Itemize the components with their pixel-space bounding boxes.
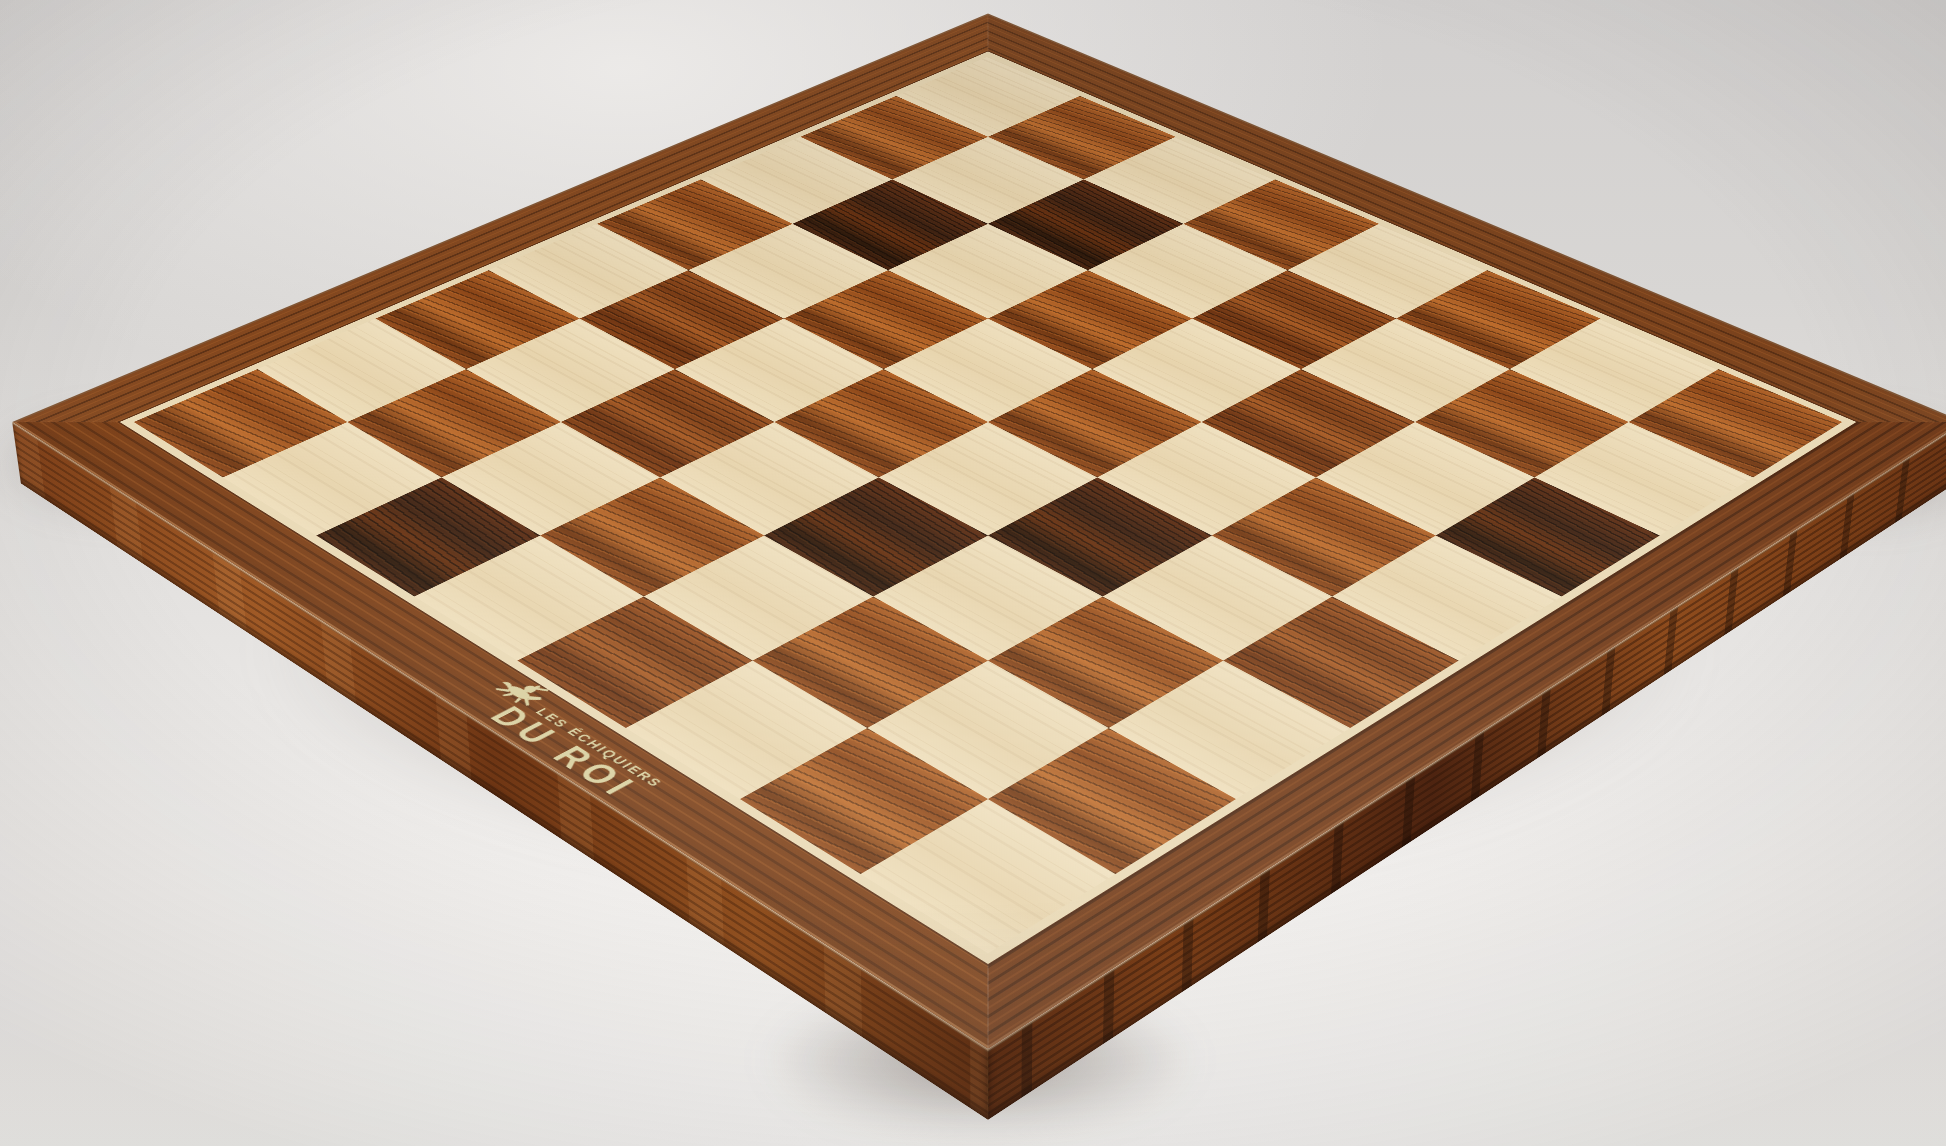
board-square	[414, 536, 643, 661]
board-squares-grid	[134, 57, 1842, 954]
board-square	[861, 799, 1116, 953]
knight-rider-icon	[488, 671, 559, 712]
board-square	[988, 477, 1212, 596]
board-square	[867, 661, 1108, 799]
board-square	[740, 728, 988, 874]
board-square	[764, 477, 988, 596]
board-square	[1212, 477, 1436, 596]
board-square	[1109, 661, 1350, 799]
board-square	[1534, 422, 1753, 536]
board-square	[873, 536, 1102, 661]
board-square	[1103, 536, 1332, 661]
chess-board: LES ÉCHIQUIERS DU ROI	[12, 14, 1946, 1050]
board-square	[442, 422, 661, 536]
board-square	[1436, 477, 1660, 596]
board-square	[660, 422, 879, 536]
board-square	[316, 477, 540, 596]
board-square	[626, 661, 867, 799]
board-square	[540, 477, 764, 596]
board-square	[1316, 422, 1535, 536]
board-top-surface: LES ÉCHIQUIERS DU ROI	[12, 14, 1946, 1050]
board-square	[1332, 536, 1561, 661]
board-square	[1097, 422, 1316, 536]
board-square	[517, 596, 752, 728]
board-square	[879, 422, 1098, 536]
board-square	[223, 422, 442, 536]
board-square	[988, 596, 1223, 728]
board-square	[988, 728, 1236, 874]
board-square	[753, 596, 988, 728]
board-square	[1223, 596, 1458, 728]
board-square	[644, 536, 873, 661]
photo-scene: LES ÉCHIQUIERS DU ROI	[0, 0, 1946, 1146]
